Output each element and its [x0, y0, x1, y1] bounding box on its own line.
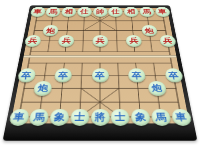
board-surface: 車馬相仕帥仕相馬車炮炮兵兵兵兵兵卒卒卒卒卒炮炮車馬象士將士象馬車	[11, 8, 190, 124]
piece-象-blue[interactable]: 象	[49, 109, 69, 126]
piece-仕-red[interactable]: 仕	[77, 7, 92, 17]
piece-馬-red[interactable]: 馬	[139, 7, 155, 17]
piece-車-blue[interactable]: 車	[8, 109, 30, 126]
piece-士-blue[interactable]: 士	[70, 109, 89, 126]
piece-炮-blue[interactable]: 炮	[33, 81, 53, 96]
piece-馬-blue[interactable]: 馬	[29, 109, 50, 126]
piece-馬-blue[interactable]: 馬	[150, 109, 171, 126]
piece-象-blue[interactable]: 象	[131, 109, 151, 126]
piece-炮-red[interactable]: 炮	[42, 25, 59, 36]
piece-卒-blue[interactable]: 卒	[164, 68, 183, 82]
piece-卒-blue[interactable]: 卒	[54, 68, 72, 82]
piece-炮-red[interactable]: 炮	[141, 25, 158, 36]
piece-卒-blue[interactable]: 卒	[128, 68, 146, 82]
piece-兵-red[interactable]: 兵	[92, 35, 108, 47]
piece-將-blue[interactable]: 將	[90, 109, 109, 126]
piece-兵-red[interactable]: 兵	[126, 35, 143, 47]
piece-帥-red[interactable]: 帥	[93, 7, 108, 17]
piece-兵-red[interactable]: 兵	[159, 35, 177, 47]
piece-相-red[interactable]: 相	[124, 7, 139, 17]
piece-仕-red[interactable]: 仕	[108, 7, 123, 17]
photo-background: 車馬相仕帥仕相馬車炮炮兵兵兵兵兵卒卒卒卒卒炮炮車馬象士將士象馬車	[0, 0, 200, 145]
piece-車-blue[interactable]: 車	[170, 109, 192, 126]
piece-兵-red[interactable]: 兵	[24, 35, 42, 47]
piece-士-blue[interactable]: 士	[111, 109, 130, 126]
xiangqi-board-frame: 車馬相仕帥仕相馬車炮炮兵兵兵兵兵卒卒卒卒卒炮炮車馬象士將士象馬車	[3, 5, 198, 140]
piece-相-red[interactable]: 相	[61, 7, 76, 17]
piece-兵-red[interactable]: 兵	[58, 35, 75, 47]
piece-車-red[interactable]: 車	[30, 7, 46, 17]
piece-馬-red[interactable]: 馬	[45, 7, 61, 17]
piece-卒-blue[interactable]: 卒	[91, 68, 108, 82]
piece-炮-blue[interactable]: 炮	[147, 81, 167, 96]
piece-卒-blue[interactable]: 卒	[16, 68, 35, 82]
pieces-layer: 車馬相仕帥仕相馬車炮炮兵兵兵兵兵卒卒卒卒卒炮炮車馬象士將士象馬車	[11, 8, 190, 124]
piece-車-red[interactable]: 車	[154, 7, 170, 17]
